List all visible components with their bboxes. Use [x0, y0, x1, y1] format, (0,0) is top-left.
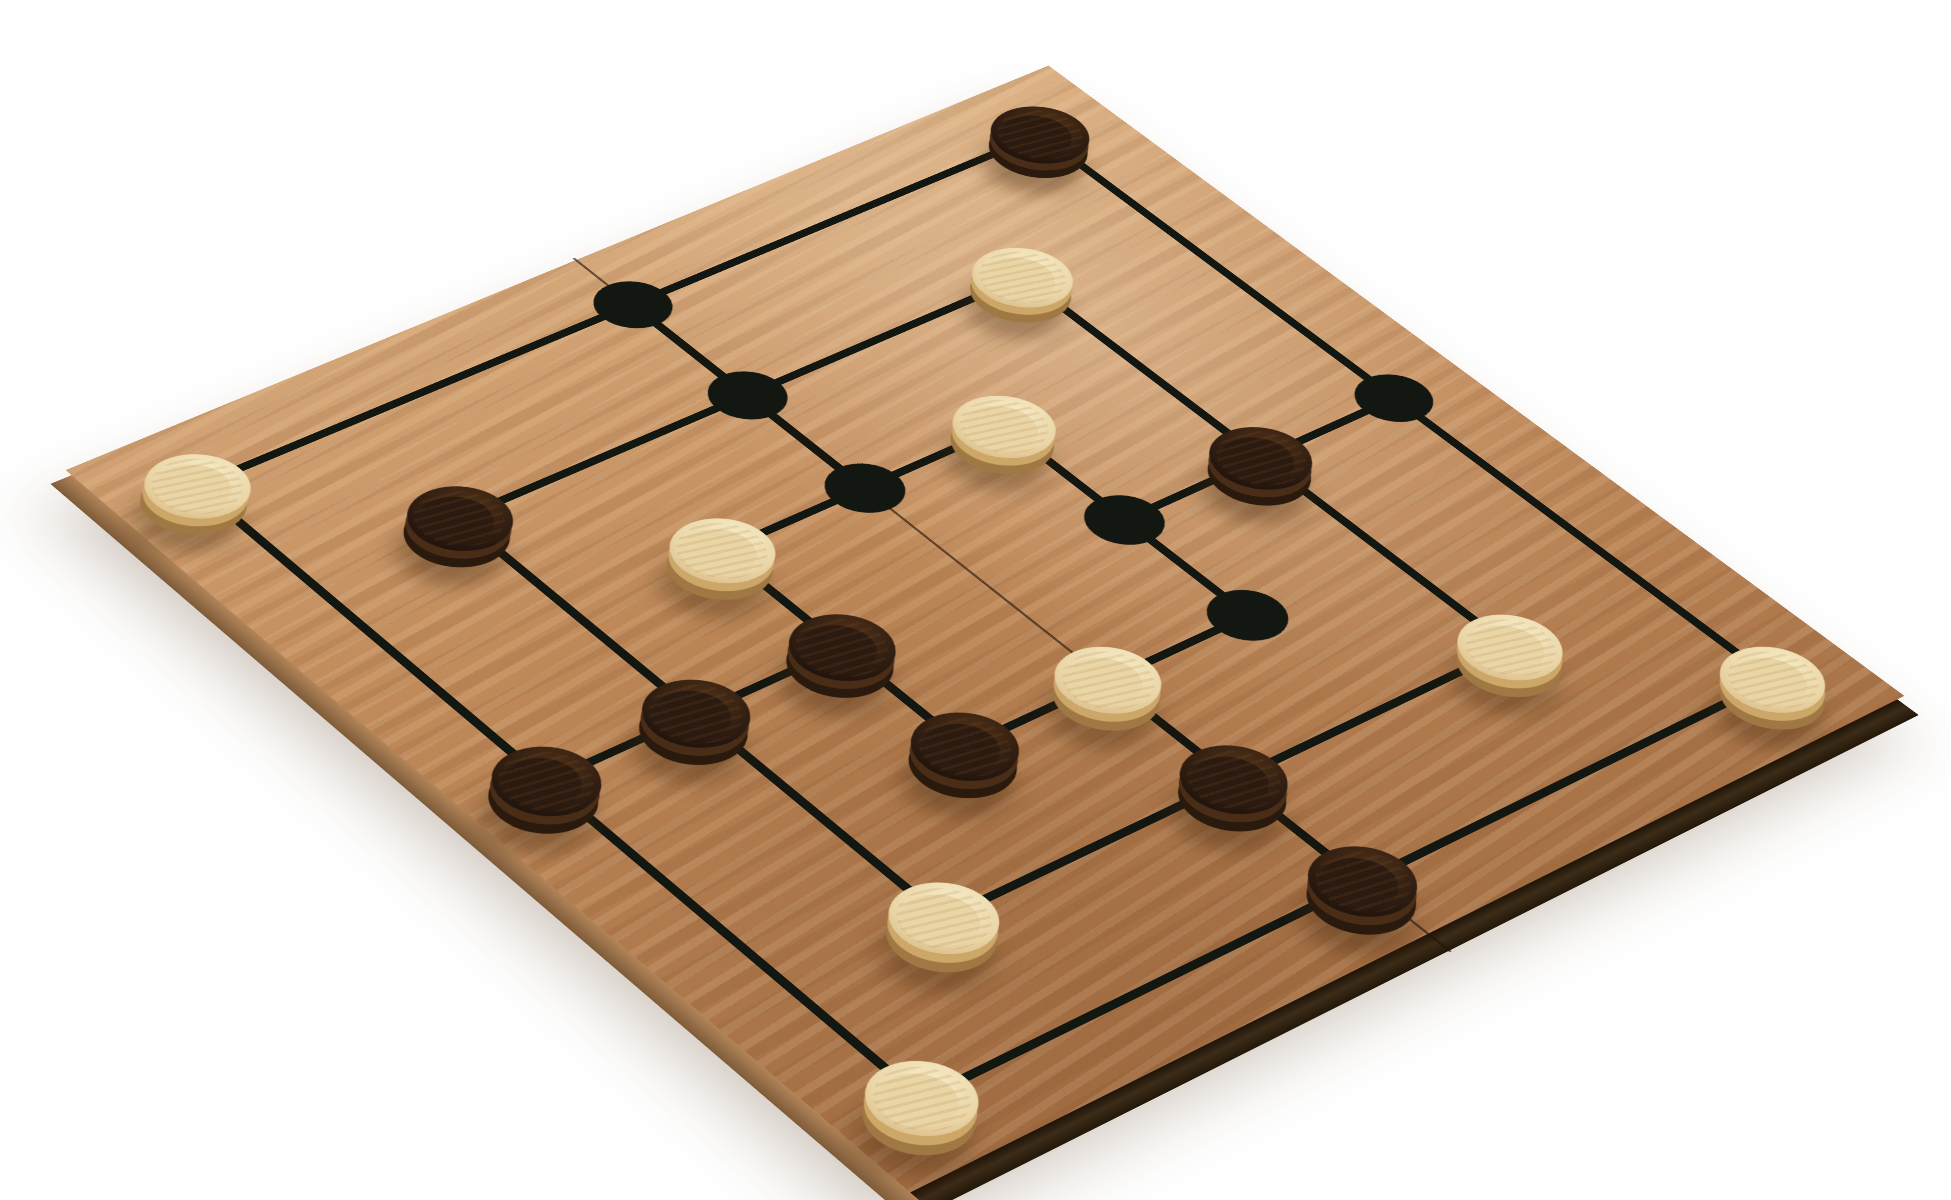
piece-light[interactable]: ●: [931, 384, 1076, 470]
point-dot: [1190, 580, 1305, 650]
piece-glyph: ●: [1709, 639, 1840, 719]
piece-glyph: ●: [1447, 607, 1579, 687]
point-dot: [1068, 486, 1182, 555]
piece-light[interactable]: ●: [1436, 602, 1585, 693]
piece-dark[interactable]: ●: [1158, 732, 1310, 827]
piece-light[interactable]: ●: [1699, 634, 1848, 726]
piece-glyph: ●: [877, 874, 1016, 961]
point-dot: [1339, 365, 1450, 431]
point-f6[interactable]: ●: [1379, 568, 1642, 729]
point-dot: [691, 362, 803, 429]
point-f2[interactable]: ●: [806, 832, 1082, 1008]
piece-glyph: ●: [1169, 737, 1304, 820]
piece-glyph: ●: [853, 1052, 995, 1143]
piece-glyph: ●: [980, 100, 1103, 169]
piece-light[interactable]: ●: [866, 869, 1022, 969]
piece-light[interactable]: ●: [842, 1047, 1002, 1152]
piece-dark[interactable]: ●: [385, 474, 534, 564]
piece-glyph: ●: [1043, 639, 1177, 720]
piece-glyph: ●: [396, 479, 528, 557]
point-dot: [808, 454, 922, 522]
piece-glyph: ●: [133, 447, 266, 525]
piece-light[interactable]: ●: [123, 442, 272, 531]
piece-dark[interactable]: ●: [889, 700, 1041, 795]
piece-glyph: ●: [1297, 838, 1434, 923]
piece-dark[interactable]: ●: [620, 667, 772, 762]
piece-glyph: ●: [480, 738, 617, 822]
points-grid: ● ● ● ● ● ● ● ● ● ● ● ● ● ● ●: [66, 66, 1905, 1193]
piece-dark[interactable]: ●: [1286, 833, 1440, 931]
point-a1[interactable]: ●: [66, 408, 329, 566]
morris-board: ● ● ● ● ● ● ● ● ● ● ● ● ● ● ●: [66, 66, 1905, 1193]
piece-glyph: ●: [1199, 420, 1328, 496]
piece-glyph: ●: [942, 388, 1071, 463]
point-a7[interactable]: ●: [917, 66, 1163, 206]
piece-glyph: ●: [631, 672, 766, 754]
piece-light[interactable]: ●: [648, 506, 797, 596]
piece-light[interactable]: ●: [1033, 634, 1184, 727]
piece-glyph: ●: [900, 705, 1035, 788]
point-b2[interactable]: ●: [328, 440, 591, 598]
board-perspective-wrap: ● ● ● ● ● ● ● ● ● ● ● ● ● ● ●: [66, 66, 1905, 1193]
piece-light[interactable]: ●: [951, 236, 1093, 319]
point-dot: [577, 272, 688, 337]
piece-glyph: ●: [658, 511, 790, 590]
piece-glyph: ●: [962, 241, 1088, 313]
point-b6[interactable]: ●: [897, 205, 1148, 351]
photo-canvas: ● ● ● ● ● ● ● ● ● ● ● ● ● ● ●: [0, 0, 1951, 1200]
piece-dark[interactable]: ●: [469, 733, 623, 830]
piece-dark[interactable]: ●: [1188, 415, 1333, 502]
piece-glyph: ●: [778, 606, 912, 687]
piece-dark[interactable]: ●: [767, 602, 918, 695]
piece-dark[interactable]: ●: [971, 95, 1110, 174]
